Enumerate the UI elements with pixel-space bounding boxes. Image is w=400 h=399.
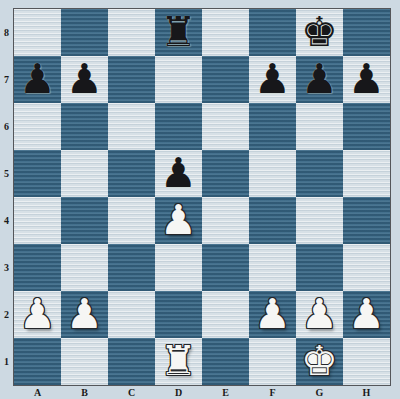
- square-b2[interactable]: ♟: [61, 291, 108, 338]
- piece-white-pawn-f2[interactable]: ♟: [249, 291, 296, 338]
- piece-white-pawn-b2[interactable]: ♟: [61, 291, 108, 338]
- square-d8[interactable]: ♜: [155, 9, 202, 56]
- file-label-d: D: [155, 386, 202, 399]
- rank-label-8: 8: [0, 9, 13, 56]
- square-c4[interactable]: [108, 197, 155, 244]
- piece-black-pawn-b7[interactable]: ♟: [61, 56, 108, 103]
- piece-white-pawn-a2[interactable]: ♟: [14, 291, 61, 338]
- square-d7[interactable]: [155, 56, 202, 103]
- square-d5[interactable]: ♟: [155, 150, 202, 197]
- square-f4[interactable]: [249, 197, 296, 244]
- square-f1[interactable]: [249, 338, 296, 385]
- square-b3[interactable]: [61, 244, 108, 291]
- square-d2[interactable]: [155, 291, 202, 338]
- file-label-f: F: [249, 386, 296, 399]
- square-h4[interactable]: [343, 197, 390, 244]
- square-a7[interactable]: ♟: [14, 56, 61, 103]
- square-f8[interactable]: [249, 9, 296, 56]
- piece-black-pawn-f7[interactable]: ♟: [249, 56, 296, 103]
- square-h2[interactable]: ♟: [343, 291, 390, 338]
- square-e1[interactable]: [202, 338, 249, 385]
- file-label-a: A: [14, 386, 61, 399]
- rank-label-1: 1: [0, 338, 13, 385]
- file-label-b: B: [61, 386, 108, 399]
- square-a1[interactable]: [14, 338, 61, 385]
- square-d6[interactable]: [155, 103, 202, 150]
- file-label-g: G: [296, 386, 343, 399]
- square-e8[interactable]: [202, 9, 249, 56]
- square-f3[interactable]: [249, 244, 296, 291]
- rank-label-2: 2: [0, 291, 13, 338]
- square-f2[interactable]: ♟: [249, 291, 296, 338]
- square-a4[interactable]: [14, 197, 61, 244]
- square-a8[interactable]: [14, 9, 61, 56]
- rank-labels: 87654321: [0, 9, 13, 385]
- file-label-c: C: [108, 386, 155, 399]
- rank-label-4: 4: [0, 197, 13, 244]
- square-a6[interactable]: [14, 103, 61, 150]
- square-c6[interactable]: [108, 103, 155, 150]
- piece-white-pawn-h2[interactable]: ♟: [343, 291, 390, 338]
- rank-label-5: 5: [0, 150, 13, 197]
- square-f5[interactable]: [249, 150, 296, 197]
- square-c1[interactable]: [108, 338, 155, 385]
- board[interactable]: ♜♚♟♟♟♟♟♟♟♟♟♟♟♟♜♚: [13, 8, 391, 386]
- square-g6[interactable]: [296, 103, 343, 150]
- piece-black-pawn-h7[interactable]: ♟: [343, 56, 390, 103]
- square-d4[interactable]: ♟: [155, 197, 202, 244]
- file-label-e: E: [202, 386, 249, 399]
- square-c8[interactable]: [108, 9, 155, 56]
- square-a2[interactable]: ♟: [14, 291, 61, 338]
- square-h8[interactable]: [343, 9, 390, 56]
- square-b6[interactable]: [61, 103, 108, 150]
- square-h7[interactable]: ♟: [343, 56, 390, 103]
- square-h3[interactable]: [343, 244, 390, 291]
- square-b4[interactable]: [61, 197, 108, 244]
- square-h1[interactable]: [343, 338, 390, 385]
- square-e6[interactable]: [202, 103, 249, 150]
- square-g1[interactable]: ♚: [296, 338, 343, 385]
- square-c7[interactable]: [108, 56, 155, 103]
- square-g4[interactable]: [296, 197, 343, 244]
- square-a3[interactable]: [14, 244, 61, 291]
- square-c3[interactable]: [108, 244, 155, 291]
- square-e7[interactable]: [202, 56, 249, 103]
- square-e5[interactable]: [202, 150, 249, 197]
- square-h5[interactable]: [343, 150, 390, 197]
- square-b7[interactable]: ♟: [61, 56, 108, 103]
- square-g7[interactable]: ♟: [296, 56, 343, 103]
- square-d3[interactable]: [155, 244, 202, 291]
- square-a5[interactable]: [14, 150, 61, 197]
- square-e2[interactable]: [202, 291, 249, 338]
- piece-black-rook-d8[interactable]: ♜: [155, 9, 202, 56]
- piece-black-pawn-a7[interactable]: ♟: [14, 56, 61, 103]
- square-g5[interactable]: [296, 150, 343, 197]
- piece-white-pawn-g2[interactable]: ♟: [296, 291, 343, 338]
- square-g3[interactable]: [296, 244, 343, 291]
- file-labels: ABCDEFGH: [14, 386, 390, 399]
- piece-black-pawn-g7[interactable]: ♟: [296, 56, 343, 103]
- square-b8[interactable]: [61, 9, 108, 56]
- square-e4[interactable]: [202, 197, 249, 244]
- piece-white-rook-d1[interactable]: ♜: [155, 338, 202, 385]
- piece-black-pawn-d5[interactable]: ♟: [155, 150, 202, 197]
- rank-label-7: 7: [0, 56, 13, 103]
- rank-label-6: 6: [0, 103, 13, 150]
- square-g2[interactable]: ♟: [296, 291, 343, 338]
- square-d1[interactable]: ♜: [155, 338, 202, 385]
- file-label-h: H: [343, 386, 390, 399]
- square-g8[interactable]: ♚: [296, 9, 343, 56]
- rank-label-3: 3: [0, 244, 13, 291]
- square-e3[interactable]: [202, 244, 249, 291]
- square-f7[interactable]: ♟: [249, 56, 296, 103]
- chess-app: 87654321 ♜♚♟♟♟♟♟♟♟♟♟♟♟♟♜♚ ABCDEFGH: [0, 0, 400, 399]
- square-f6[interactable]: [249, 103, 296, 150]
- piece-white-king-g1[interactable]: ♚: [296, 338, 343, 385]
- square-b5[interactable]: [61, 150, 108, 197]
- square-b1[interactable]: [61, 338, 108, 385]
- square-c5[interactable]: [108, 150, 155, 197]
- square-c2[interactable]: [108, 291, 155, 338]
- piece-black-king-g8[interactable]: ♚: [296, 9, 343, 56]
- piece-white-pawn-d4[interactable]: ♟: [155, 197, 202, 244]
- square-h6[interactable]: [343, 103, 390, 150]
